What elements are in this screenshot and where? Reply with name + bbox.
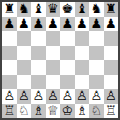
square-d7[interactable]: ♟ xyxy=(46,17,61,32)
square-d5[interactable] xyxy=(46,46,61,61)
square-b7[interactable]: ♟ xyxy=(17,17,32,32)
piece-black-pawn: ♟ xyxy=(18,17,30,31)
piece-black-pawn: ♟ xyxy=(90,17,102,31)
square-c7[interactable]: ♟ xyxy=(31,17,46,32)
piece-white-pawn: ♙ xyxy=(76,89,88,103)
square-a2[interactable]: ♙ xyxy=(2,89,17,104)
square-c4[interactable] xyxy=(31,60,46,75)
chess-board: ♜♞♝♛♚♝♞♜♟♟♟♟♟♟♟♟♙♙♙♙♙♙♙♙♖♘♗♕♔♗♘♖ xyxy=(2,2,118,118)
piece-black-bishop: ♝ xyxy=(32,2,44,16)
square-g7[interactable]: ♟ xyxy=(89,17,104,32)
square-b4[interactable] xyxy=(17,60,32,75)
square-h6[interactable] xyxy=(104,31,119,46)
square-a4[interactable] xyxy=(2,60,17,75)
piece-black-king: ♚ xyxy=(61,2,73,16)
square-e2[interactable]: ♙ xyxy=(60,89,75,104)
square-b3[interactable] xyxy=(17,75,32,90)
square-a7[interactable]: ♟ xyxy=(2,17,17,32)
square-d3[interactable] xyxy=(46,75,61,90)
piece-white-rook: ♖ xyxy=(3,104,15,118)
square-g4[interactable] xyxy=(89,60,104,75)
piece-white-bishop: ♗ xyxy=(32,104,44,118)
square-d2[interactable]: ♙ xyxy=(46,89,61,104)
piece-black-knight: ♞ xyxy=(90,2,102,16)
piece-white-pawn: ♙ xyxy=(3,89,15,103)
piece-black-pawn: ♟ xyxy=(32,17,44,31)
square-h2[interactable]: ♙ xyxy=(104,89,119,104)
square-b5[interactable] xyxy=(17,46,32,61)
square-g8[interactable]: ♞ xyxy=(89,2,104,17)
piece-white-pawn: ♙ xyxy=(90,89,102,103)
piece-black-pawn: ♟ xyxy=(61,17,73,31)
piece-black-rook: ♜ xyxy=(105,2,117,16)
square-f4[interactable] xyxy=(75,60,90,75)
square-h3[interactable] xyxy=(104,75,119,90)
square-f3[interactable] xyxy=(75,75,90,90)
square-a5[interactable] xyxy=(2,46,17,61)
square-b1[interactable]: ♘ xyxy=(17,104,32,119)
piece-white-pawn: ♙ xyxy=(105,89,117,103)
piece-white-knight: ♘ xyxy=(18,104,30,118)
piece-white-pawn: ♙ xyxy=(61,89,73,103)
square-f5[interactable] xyxy=(75,46,90,61)
square-c1[interactable]: ♗ xyxy=(31,104,46,119)
square-g3[interactable] xyxy=(89,75,104,90)
piece-black-pawn: ♟ xyxy=(47,17,59,31)
square-f7[interactable]: ♟ xyxy=(75,17,90,32)
piece-white-pawn: ♙ xyxy=(18,89,30,103)
square-e7[interactable]: ♟ xyxy=(60,17,75,32)
square-h8[interactable]: ♜ xyxy=(104,2,119,17)
square-a3[interactable] xyxy=(2,75,17,90)
square-c5[interactable] xyxy=(31,46,46,61)
square-d6[interactable] xyxy=(46,31,61,46)
square-d4[interactable] xyxy=(46,60,61,75)
square-d8[interactable]: ♛ xyxy=(46,2,61,17)
square-e3[interactable] xyxy=(60,75,75,90)
square-f2[interactable]: ♙ xyxy=(75,89,90,104)
square-g6[interactable] xyxy=(89,31,104,46)
piece-white-knight: ♘ xyxy=(90,104,102,118)
square-f8[interactable]: ♝ xyxy=(75,2,90,17)
square-g5[interactable] xyxy=(89,46,104,61)
piece-black-bishop: ♝ xyxy=(76,2,88,16)
square-f1[interactable]: ♗ xyxy=(75,104,90,119)
square-h1[interactable]: ♖ xyxy=(104,104,119,119)
square-a6[interactable] xyxy=(2,31,17,46)
piece-black-pawn: ♟ xyxy=(3,17,15,31)
piece-black-pawn: ♟ xyxy=(76,17,88,31)
square-c3[interactable] xyxy=(31,75,46,90)
square-h5[interactable] xyxy=(104,46,119,61)
square-d1[interactable]: ♕ xyxy=(46,104,61,119)
square-a1[interactable]: ♖ xyxy=(2,104,17,119)
piece-white-bishop: ♗ xyxy=(76,104,88,118)
square-h7[interactable]: ♟ xyxy=(104,17,119,32)
square-b8[interactable]: ♞ xyxy=(17,2,32,17)
square-g2[interactable]: ♙ xyxy=(89,89,104,104)
piece-black-rook: ♜ xyxy=(3,2,15,16)
square-e6[interactable] xyxy=(60,31,75,46)
square-c6[interactable] xyxy=(31,31,46,46)
square-c8[interactable]: ♝ xyxy=(31,2,46,17)
square-h4[interactable] xyxy=(104,60,119,75)
piece-white-pawn: ♙ xyxy=(47,89,59,103)
square-a8[interactable]: ♜ xyxy=(2,2,17,17)
square-f6[interactable] xyxy=(75,31,90,46)
square-e5[interactable] xyxy=(60,46,75,61)
square-c2[interactable]: ♙ xyxy=(31,89,46,104)
square-e1[interactable]: ♔ xyxy=(60,104,75,119)
square-e4[interactable] xyxy=(60,60,75,75)
piece-white-king: ♔ xyxy=(61,104,73,118)
piece-white-pawn: ♙ xyxy=(32,89,44,103)
square-e8[interactable]: ♚ xyxy=(60,2,75,17)
square-b6[interactable] xyxy=(17,31,32,46)
square-g1[interactable]: ♘ xyxy=(89,104,104,119)
piece-black-queen: ♛ xyxy=(47,2,59,16)
piece-black-knight: ♞ xyxy=(18,2,30,16)
square-b2[interactable]: ♙ xyxy=(17,89,32,104)
piece-white-rook: ♖ xyxy=(105,104,117,118)
piece-white-queen: ♕ xyxy=(47,104,59,118)
piece-black-pawn: ♟ xyxy=(105,17,117,31)
chess-board-frame: ♜♞♝♛♚♝♞♜♟♟♟♟♟♟♟♟♙♙♙♙♙♙♙♙♖♘♗♕♔♗♘♖ xyxy=(0,0,120,120)
